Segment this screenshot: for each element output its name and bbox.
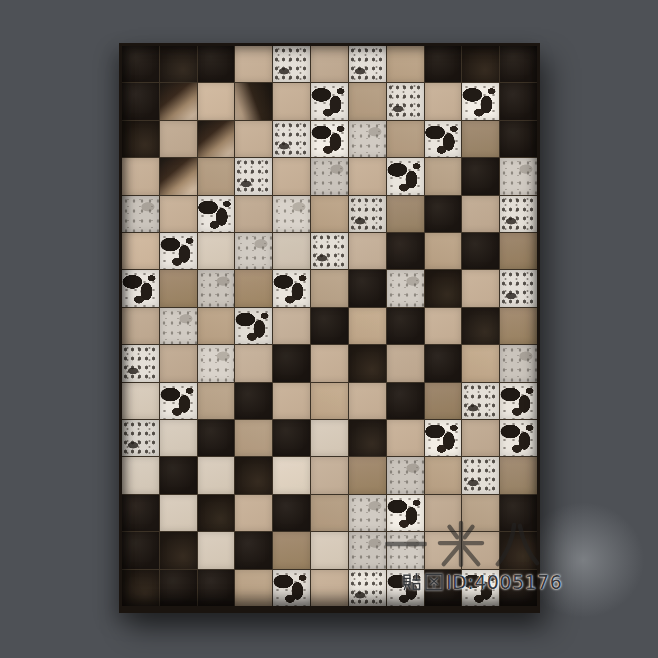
rug-patch-r10-c3 xyxy=(235,420,272,456)
rug-patch-r2-c2 xyxy=(198,121,235,157)
rug-patch-r12-c7 xyxy=(387,495,424,531)
rug-patch-r0-c6 xyxy=(349,46,386,82)
rug-patch-r6-c8 xyxy=(425,270,462,306)
rug-patch-r6-c7 xyxy=(387,270,424,306)
rug-patch-r3-c5 xyxy=(311,158,348,194)
rug-patch-r2-c6 xyxy=(349,121,386,157)
rug-patch-r2-c8 xyxy=(425,121,462,157)
rug-patch-r14-c10 xyxy=(500,570,537,606)
rug-patch-r1-c10 xyxy=(500,83,537,119)
rug-patch-r11-c1 xyxy=(160,457,197,493)
rug-patch-r10-c7 xyxy=(387,420,424,456)
rug-patch-r8-c5 xyxy=(311,345,348,381)
rug-patch-r12-c1 xyxy=(160,495,197,531)
rug-patch-r1-c4 xyxy=(273,83,310,119)
rug-patch-r8-c3 xyxy=(235,345,272,381)
rug-patch-r13-c7 xyxy=(387,532,424,568)
rug-patch-r9-c6 xyxy=(349,383,386,419)
rug-patch-r0-c3 xyxy=(235,46,272,82)
rug-patch-r8-c9 xyxy=(462,345,499,381)
rug-patch-r9-c9 xyxy=(462,383,499,419)
rug-patch-r7-c10 xyxy=(500,308,537,344)
rug-patch-r8-c10 xyxy=(500,345,537,381)
rug-patch-r3-c4 xyxy=(273,158,310,194)
rug-patch-r7-c3 xyxy=(235,308,272,344)
rug-patch-r5-c10 xyxy=(500,233,537,269)
rug-patch-r3-c1 xyxy=(160,158,197,194)
rug-patch-r6-c6 xyxy=(349,270,386,306)
rug-patch-r5-c7 xyxy=(387,233,424,269)
rug-patch-r6-c0 xyxy=(122,270,159,306)
patchwork-rug-board xyxy=(119,43,540,613)
rug-patch-r6-c4 xyxy=(273,270,310,306)
rug-patch-r5-c9 xyxy=(462,233,499,269)
rug-patch-r14-c8 xyxy=(425,570,462,606)
rug-patch-r6-c9 xyxy=(462,270,499,306)
rug-patch-r2-c4 xyxy=(273,121,310,157)
rug-patch-r8-c8 xyxy=(425,345,462,381)
rug-patch-r2-c10 xyxy=(500,121,537,157)
rug-patch-r3-c9 xyxy=(462,158,499,194)
rug-patch-r5-c2 xyxy=(198,233,235,269)
rug-patch-r7-c6 xyxy=(349,308,386,344)
rug-patch-r11-c7 xyxy=(387,457,424,493)
rug-patch-r13-c8 xyxy=(425,532,462,568)
rug-patch-r4-c7 xyxy=(387,196,424,232)
rug-patch-r3-c10 xyxy=(500,158,537,194)
rug-patch-r4-c0 xyxy=(122,196,159,232)
rug-patch-r3-c3 xyxy=(235,158,272,194)
rug-patch-r14-c1 xyxy=(160,570,197,606)
rug-patch-r3-c6 xyxy=(349,158,386,194)
rug-patch-r6-c5 xyxy=(311,270,348,306)
rug-patch-r0-c2 xyxy=(198,46,235,82)
rug-patch-r9-c0 xyxy=(122,383,159,419)
rug-patch-r7-c9 xyxy=(462,308,499,344)
rug-patch-r1-c7 xyxy=(387,83,424,119)
rug-patch-r12-c8 xyxy=(425,495,462,531)
rug-patch-r3-c8 xyxy=(425,158,462,194)
rug-patch-r1-c0 xyxy=(122,83,159,119)
rug-patch-r14-c3 xyxy=(235,570,272,606)
rug-patch-r0-c9 xyxy=(462,46,499,82)
rug-patch-r12-c10 xyxy=(500,495,537,531)
rug-patch-r2-c5 xyxy=(311,121,348,157)
rug-patch-r9-c5 xyxy=(311,383,348,419)
rug-patch-r3-c2 xyxy=(198,158,235,194)
rug-patch-r7-c7 xyxy=(387,308,424,344)
rug-patch-r8-c4 xyxy=(273,345,310,381)
rug-patch-r7-c1 xyxy=(160,308,197,344)
backdrop: ID:4005176 xyxy=(0,0,658,658)
rug-patch-r1-c1 xyxy=(160,83,197,119)
rug-patch-r1-c8 xyxy=(425,83,462,119)
rug-patch-r1-c3 xyxy=(235,83,272,119)
rug-patch-r1-c6 xyxy=(349,83,386,119)
rug-patch-r4-c10 xyxy=(500,196,537,232)
rug-patch-r12-c5 xyxy=(311,495,348,531)
rug-patch-r13-c3 xyxy=(235,532,272,568)
rug-patch-r7-c8 xyxy=(425,308,462,344)
rug-patch-r11-c0 xyxy=(122,457,159,493)
rug-patch-r10-c0 xyxy=(122,420,159,456)
rug-patch-r0-c8 xyxy=(425,46,462,82)
rug-patch-r9-c2 xyxy=(198,383,235,419)
rug-patch-r9-c3 xyxy=(235,383,272,419)
rug-patch-r6-c1 xyxy=(160,270,197,306)
rug-patch-r9-c1 xyxy=(160,383,197,419)
rug-patch-r10-c4 xyxy=(273,420,310,456)
rug-patch-r4-c2 xyxy=(198,196,235,232)
rug-patch-r4-c9 xyxy=(462,196,499,232)
rug-patch-r11-c9 xyxy=(462,457,499,493)
rug-patch-r8-c0 xyxy=(122,345,159,381)
rug-patch-r13-c4 xyxy=(273,532,310,568)
rug-patch-r13-c5 xyxy=(311,532,348,568)
rug-patch-r8-c1 xyxy=(160,345,197,381)
rug-patch-r9-c7 xyxy=(387,383,424,419)
rug-patch-r12-c3 xyxy=(235,495,272,531)
rug-patch-r6-c10 xyxy=(500,270,537,306)
rug-patch-r13-c6 xyxy=(349,532,386,568)
rug-patch-r10-c6 xyxy=(349,420,386,456)
rug-patch-r0-c5 xyxy=(311,46,348,82)
rug-patch-r11-c5 xyxy=(311,457,348,493)
rug-patch-r8-c2 xyxy=(198,345,235,381)
rug-patch-r8-c7 xyxy=(387,345,424,381)
rug-patch-r0-c10 xyxy=(500,46,537,82)
rug-patch-r13-c0 xyxy=(122,532,159,568)
rug-patch-r4-c5 xyxy=(311,196,348,232)
rug-patch-r1-c2 xyxy=(198,83,235,119)
rug-patch-r5-c0 xyxy=(122,233,159,269)
rug-patch-r14-c6 xyxy=(349,570,386,606)
rug-patch-r2-c9 xyxy=(462,121,499,157)
rug-patch-r5-c1 xyxy=(160,233,197,269)
rug-patch-r6-c2 xyxy=(198,270,235,306)
rug-patch-r12-c0 xyxy=(122,495,159,531)
rug-patch-r14-c2 xyxy=(198,570,235,606)
rug-patch-r2-c3 xyxy=(235,121,272,157)
rug-patch-r11-c3 xyxy=(235,457,272,493)
rug-patch-r1-c9 xyxy=(462,83,499,119)
rug-patch-r10-c8 xyxy=(425,420,462,456)
rug-patch-r12-c9 xyxy=(462,495,499,531)
rug-patch-r12-c2 xyxy=(198,495,235,531)
rug-patch-r6-c3 xyxy=(235,270,272,306)
rug-patch-r5-c5 xyxy=(311,233,348,269)
rug-patch-r14-c5 xyxy=(311,570,348,606)
rug-patch-r10-c10 xyxy=(500,420,537,456)
rug-patch-r10-c5 xyxy=(311,420,348,456)
rug-patch-r7-c5 xyxy=(311,308,348,344)
rug-patch-r4-c3 xyxy=(235,196,272,232)
rug-patch-r10-c2 xyxy=(198,420,235,456)
rug-patch-r3-c7 xyxy=(387,158,424,194)
rug-patch-r0-c0 xyxy=(122,46,159,82)
rug-patch-r1-c5 xyxy=(311,83,348,119)
rug-patch-r4-c1 xyxy=(160,196,197,232)
rug-patch-r10-c9 xyxy=(462,420,499,456)
rug-patch-r13-c10 xyxy=(500,532,537,568)
rug-patch-r4-c6 xyxy=(349,196,386,232)
rug-patch-r2-c1 xyxy=(160,121,197,157)
rug-patch-r14-c9 xyxy=(462,570,499,606)
rug-patch-r3-c0 xyxy=(122,158,159,194)
rug-patch-r0-c7 xyxy=(387,46,424,82)
rug-patch-r9-c4 xyxy=(273,383,310,419)
rug-patch-r4-c8 xyxy=(425,196,462,232)
rug-patch-r11-c2 xyxy=(198,457,235,493)
rug-patch-r8-c6 xyxy=(349,345,386,381)
rug-patch-r10-c1 xyxy=(160,420,197,456)
rug-patch-r13-c1 xyxy=(160,532,197,568)
rug-patch-r13-c9 xyxy=(462,532,499,568)
rug-patch-r14-c0 xyxy=(122,570,159,606)
rug-patch-r0-c4 xyxy=(273,46,310,82)
rug-patch-r5-c6 xyxy=(349,233,386,269)
rug-patch-r11-c6 xyxy=(349,457,386,493)
rug-patch-r13-c2 xyxy=(198,532,235,568)
rug-patch-r7-c0 xyxy=(122,308,159,344)
rug-patch-r0-c1 xyxy=(160,46,197,82)
rug-patch-r5-c3 xyxy=(235,233,272,269)
rug-patch-r5-c4 xyxy=(273,233,310,269)
rug-patch-r7-c2 xyxy=(198,308,235,344)
rug-patch-r12-c6 xyxy=(349,495,386,531)
rug-patch-r7-c4 xyxy=(273,308,310,344)
rug-patch-r5-c8 xyxy=(425,233,462,269)
rug-patch-r9-c8 xyxy=(425,383,462,419)
rug-patch-r11-c4 xyxy=(273,457,310,493)
rug-patch-r14-c7 xyxy=(387,570,424,606)
rug-patch-r11-c8 xyxy=(425,457,462,493)
rug-patch-r11-c10 xyxy=(500,457,537,493)
rug-patch-r14-c4 xyxy=(273,570,310,606)
rug-patch-r2-c0 xyxy=(122,121,159,157)
rug-patch-r2-c7 xyxy=(387,121,424,157)
rug-patch-r9-c10 xyxy=(500,383,537,419)
rug-patch-r4-c4 xyxy=(273,196,310,232)
rug-patch-r12-c4 xyxy=(273,495,310,531)
